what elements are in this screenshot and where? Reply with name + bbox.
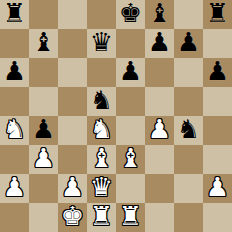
square-e3[interactable]: ♝ (116, 145, 145, 174)
square-b4[interactable]: ♟ (29, 116, 58, 145)
square-c2[interactable]: ♟ (58, 174, 87, 203)
piece-white-knight[interactable]: ♞ (90, 115, 113, 144)
piece-black-pawn[interactable]: ♟ (148, 28, 171, 57)
square-a3[interactable] (0, 145, 29, 174)
square-h4[interactable] (203, 116, 232, 145)
piece-black-bishop[interactable]: ♝ (32, 28, 55, 57)
chess-board: ♜♚♝♜♝♛♟♟♟♟♟♞♞♟♞♟♞♟♝♝♟♟♛♟♚♜♜ (0, 0, 232, 232)
square-e4[interactable] (116, 116, 145, 145)
piece-black-rook[interactable]: ♜ (3, 0, 26, 28)
square-a6[interactable]: ♟ (0, 58, 29, 87)
piece-black-pawn[interactable]: ♟ (206, 57, 229, 86)
square-e6[interactable]: ♟ (116, 58, 145, 87)
piece-black-pawn[interactable]: ♟ (119, 57, 142, 86)
square-b7[interactable]: ♝ (29, 29, 58, 58)
square-h8[interactable]: ♜ (203, 0, 232, 29)
square-e8[interactable]: ♚ (116, 0, 145, 29)
square-e2[interactable] (116, 174, 145, 203)
square-h7[interactable] (203, 29, 232, 58)
square-d3[interactable]: ♝ (87, 145, 116, 174)
square-h1[interactable] (203, 203, 232, 232)
square-b2[interactable] (29, 174, 58, 203)
piece-white-pawn[interactable]: ♟ (148, 115, 171, 144)
piece-white-king[interactable]: ♚ (61, 202, 84, 231)
square-f6[interactable] (145, 58, 174, 87)
piece-white-bishop[interactable]: ♝ (119, 144, 142, 173)
piece-white-knight[interactable]: ♞ (3, 115, 26, 144)
square-f8[interactable]: ♝ (145, 0, 174, 29)
square-b1[interactable] (29, 203, 58, 232)
piece-black-king[interactable]: ♚ (119, 0, 142, 28)
square-g7[interactable]: ♟ (174, 29, 203, 58)
square-a5[interactable] (0, 87, 29, 116)
piece-black-knight[interactable]: ♞ (90, 86, 113, 115)
piece-black-pawn[interactable]: ♟ (177, 28, 200, 57)
square-c1[interactable]: ♚ (58, 203, 87, 232)
square-f2[interactable] (145, 174, 174, 203)
square-a4[interactable]: ♞ (0, 116, 29, 145)
square-c7[interactable] (58, 29, 87, 58)
square-d5[interactable]: ♞ (87, 87, 116, 116)
square-g5[interactable] (174, 87, 203, 116)
square-f3[interactable] (145, 145, 174, 174)
square-e5[interactable] (116, 87, 145, 116)
square-g4[interactable]: ♞ (174, 116, 203, 145)
piece-black-rook[interactable]: ♜ (206, 0, 229, 28)
square-h6[interactable]: ♟ (203, 58, 232, 87)
piece-white-bishop[interactable]: ♝ (90, 144, 113, 173)
square-d8[interactable] (87, 0, 116, 29)
piece-black-pawn[interactable]: ♟ (3, 57, 26, 86)
piece-white-pawn[interactable]: ♟ (3, 173, 26, 202)
piece-black-knight[interactable]: ♞ (177, 115, 200, 144)
piece-white-rook[interactable]: ♜ (119, 202, 142, 231)
square-g1[interactable] (174, 203, 203, 232)
square-g3[interactable] (174, 145, 203, 174)
piece-black-pawn[interactable]: ♟ (32, 115, 55, 144)
square-h3[interactable] (203, 145, 232, 174)
square-d4[interactable]: ♞ (87, 116, 116, 145)
square-f4[interactable]: ♟ (145, 116, 174, 145)
piece-white-pawn[interactable]: ♟ (206, 173, 229, 202)
piece-white-pawn[interactable]: ♟ (32, 144, 55, 173)
square-f7[interactable]: ♟ (145, 29, 174, 58)
square-g2[interactable] (174, 174, 203, 203)
square-e1[interactable]: ♜ (116, 203, 145, 232)
square-b6[interactable] (29, 58, 58, 87)
square-g8[interactable] (174, 0, 203, 29)
square-a1[interactable] (0, 203, 29, 232)
square-d6[interactable] (87, 58, 116, 87)
square-h5[interactable] (203, 87, 232, 116)
square-c5[interactable] (58, 87, 87, 116)
square-c8[interactable] (58, 0, 87, 29)
square-f5[interactable] (145, 87, 174, 116)
square-b3[interactable]: ♟ (29, 145, 58, 174)
square-f1[interactable] (145, 203, 174, 232)
square-d2[interactable]: ♛ (87, 174, 116, 203)
square-d1[interactable]: ♜ (87, 203, 116, 232)
square-a2[interactable]: ♟ (0, 174, 29, 203)
square-a7[interactable] (0, 29, 29, 58)
square-d7[interactable]: ♛ (87, 29, 116, 58)
piece-white-rook[interactable]: ♜ (90, 202, 113, 231)
piece-black-bishop[interactable]: ♝ (148, 0, 171, 28)
square-b8[interactable] (29, 0, 58, 29)
square-a8[interactable]: ♜ (0, 0, 29, 29)
piece-black-queen[interactable]: ♛ (90, 28, 113, 57)
square-c4[interactable] (58, 116, 87, 145)
square-c3[interactable] (58, 145, 87, 174)
square-c6[interactable] (58, 58, 87, 87)
piece-white-queen[interactable]: ♛ (90, 173, 113, 202)
piece-white-pawn[interactable]: ♟ (61, 173, 84, 202)
square-e7[interactable] (116, 29, 145, 58)
square-h2[interactable]: ♟ (203, 174, 232, 203)
square-g6[interactable] (174, 58, 203, 87)
square-b5[interactable] (29, 87, 58, 116)
